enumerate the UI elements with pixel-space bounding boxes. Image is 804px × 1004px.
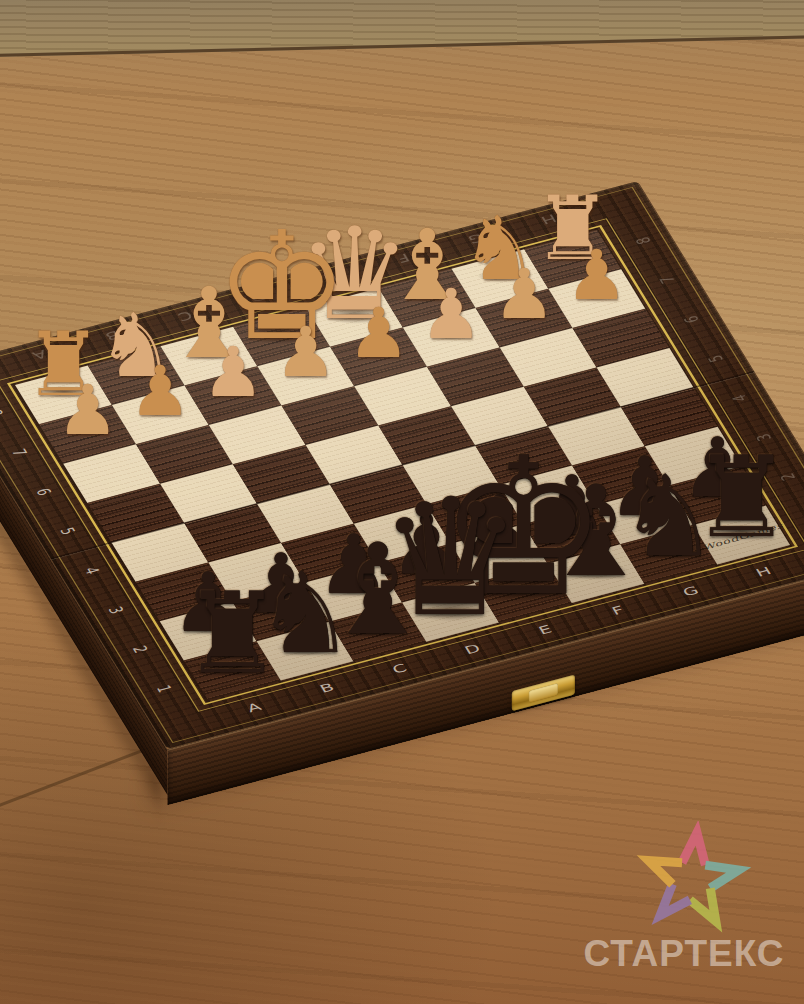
rank-label-left-2: 2 bbox=[97, 628, 183, 670]
chess-set-photo: AABBCCDDEEFFGGHH1122334455667788 WoodGam… bbox=[0, 0, 804, 1004]
rank-label-right-6: 6 bbox=[648, 299, 734, 341]
rank-label-left-6: 6 bbox=[1, 471, 87, 513]
rank-label-right-3: 3 bbox=[720, 417, 804, 459]
rank-label-right-8: 8 bbox=[600, 220, 686, 262]
rank-label-left-3: 3 bbox=[73, 589, 159, 631]
rank-label-right-7: 7 bbox=[624, 259, 710, 301]
rank-label-right-2: 2 bbox=[745, 456, 804, 498]
rank-label-left-1: 1 bbox=[121, 668, 207, 710]
rank-label-left-7: 7 bbox=[0, 432, 63, 474]
